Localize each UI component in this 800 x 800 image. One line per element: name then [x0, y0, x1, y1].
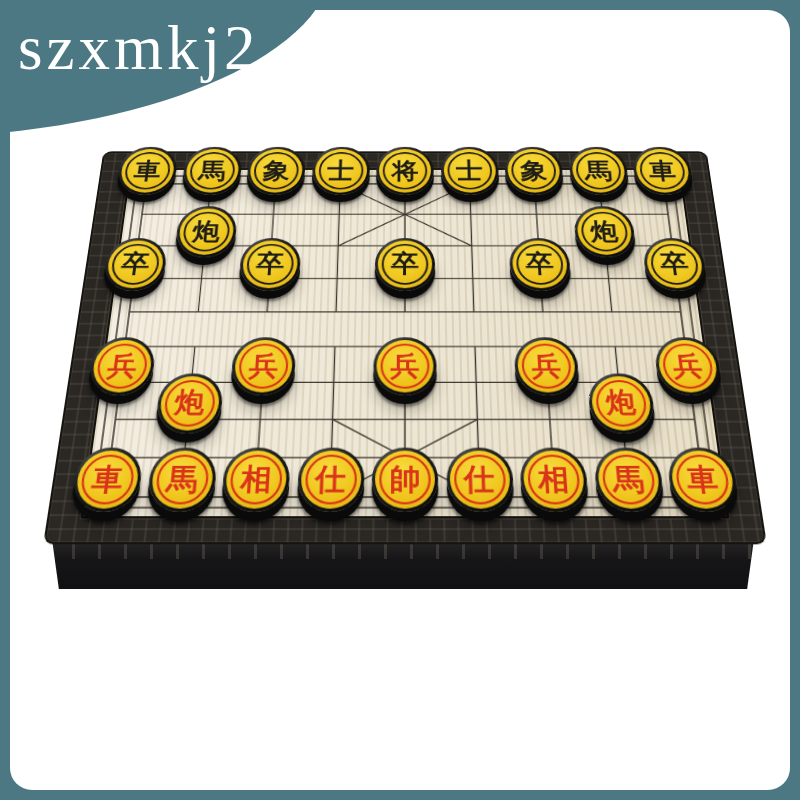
piece-black-soldier[interactable]: 卒 [641, 238, 708, 291]
piece-sticker: 兵 [517, 340, 577, 392]
piece-character: 兵 [531, 353, 562, 380]
piece-red-soldier[interactable]: 兵 [653, 338, 724, 396]
piece-sticker: 馬 [184, 149, 240, 192]
piece-character: 帥 [389, 464, 420, 494]
piece-red-soldier[interactable]: 兵 [230, 338, 297, 396]
piece-red-cannon[interactable]: 炮 [586, 373, 656, 433]
piece-red-cannon[interactable]: 炮 [154, 373, 224, 433]
piece-black-advisor[interactable]: 士 [311, 147, 370, 195]
piece-character: 炮 [191, 220, 221, 244]
piece-sticker: 士 [443, 149, 496, 192]
piece-sticker: 卒 [105, 240, 165, 288]
piece-character: 兵 [106, 353, 139, 380]
piece-sticker: 相 [522, 451, 586, 509]
piece-sticker: 馬 [596, 451, 662, 509]
piece-sticker: 将 [379, 149, 431, 192]
piece-character: 卒 [659, 252, 690, 277]
piece-red-soldier[interactable]: 兵 [87, 338, 158, 396]
piece-character: 象 [520, 159, 548, 182]
piece-character: 将 [392, 159, 419, 182]
piece-character: 相 [240, 464, 273, 494]
board-base [46, 537, 760, 589]
piece-layer: 車馬象士将士象馬車炮炮卒卒卒卒卒兵兵兵兵兵炮炮車馬相仕帥仕相馬車 [43, 151, 767, 544]
piece-character: 仕 [315, 464, 347, 494]
piece-sticker: 炮 [589, 376, 652, 430]
piece-character: 卒 [120, 252, 151, 277]
piece-character: 兵 [248, 353, 279, 380]
page-background: szxmkj2 車馬象士将士象馬車炮炮卒卒卒卒卒兵兵兵兵兵炮炮車馬相仕帥仕相馬車 [0, 0, 800, 800]
piece-sticker: 車 [634, 149, 691, 192]
piece-character: 炮 [589, 220, 619, 244]
piece-black-cannon[interactable]: 炮 [174, 207, 238, 258]
piece-character: 卒 [525, 252, 555, 277]
piece-black-cannon[interactable]: 炮 [572, 207, 636, 258]
piece-sticker: 兵 [90, 340, 154, 392]
piece-black-soldier[interactable]: 卒 [508, 238, 572, 291]
piece-sticker: 卒 [645, 240, 705, 288]
piece-character: 車 [685, 464, 720, 494]
piece-black-general[interactable]: 将 [376, 147, 434, 195]
piece-black-rook[interactable]: 車 [115, 147, 179, 195]
piece-sticker: 帥 [375, 451, 436, 509]
piece-black-rook[interactable]: 車 [631, 147, 695, 195]
piece-red-soldier[interactable]: 兵 [373, 338, 437, 396]
piece-sticker: 仕 [299, 451, 361, 509]
piece-red-soldier[interactable]: 兵 [513, 338, 580, 396]
piece-sticker: 兵 [376, 340, 434, 392]
piece-character: 馬 [197, 159, 226, 182]
piece-character: 卒 [255, 252, 285, 277]
piece-red-knight[interactable]: 馬 [592, 448, 665, 512]
piece-red-general[interactable]: 帥 [371, 448, 438, 512]
piece-sticker: 馬 [570, 149, 626, 192]
piece-red-elephant[interactable]: 相 [519, 448, 589, 512]
piece-red-rook[interactable]: 車 [666, 448, 741, 512]
piece-red-elephant[interactable]: 相 [221, 448, 291, 512]
piece-sticker: 兵 [233, 340, 293, 392]
piece-black-elephant[interactable]: 象 [246, 147, 307, 195]
piece-sticker: 兵 [656, 340, 720, 392]
watermark-text: szxmkj2 [18, 12, 260, 85]
piece-character: 卒 [391, 252, 419, 277]
piece-sticker: 炮 [177, 209, 235, 255]
piece-character: 仕 [463, 464, 495, 494]
piece-character: 相 [537, 464, 570, 494]
piece-sticker: 車 [119, 149, 176, 192]
piece-character: 士 [456, 159, 484, 182]
piece-red-advisor[interactable]: 仕 [446, 448, 514, 512]
piece-character: 炮 [604, 389, 637, 417]
piece-black-soldier[interactable]: 卒 [238, 238, 302, 291]
piece-sticker: 卒 [378, 240, 433, 288]
piece-character: 馬 [584, 159, 613, 182]
piece-sticker: 卒 [241, 240, 298, 288]
piece-sticker: 士 [314, 149, 367, 192]
piece-red-knight[interactable]: 馬 [145, 448, 218, 512]
piece-sticker: 卒 [511, 240, 568, 288]
piece-sticker: 車 [669, 451, 736, 509]
piece-character: 兵 [671, 353, 704, 380]
piece-red-advisor[interactable]: 仕 [296, 448, 364, 512]
piece-character: 馬 [165, 464, 199, 494]
piece-character: 車 [90, 464, 125, 494]
piece-red-rook[interactable]: 車 [70, 448, 145, 512]
piece-character: 炮 [173, 389, 206, 417]
piece-character: 象 [262, 159, 290, 182]
piece-sticker: 象 [249, 149, 304, 192]
piece-black-soldier[interactable]: 卒 [375, 238, 436, 291]
piece-character: 馬 [611, 464, 645, 494]
piece-character: 士 [327, 159, 355, 182]
piece-sticker: 仕 [449, 451, 511, 509]
piece-sticker: 炮 [157, 376, 220, 430]
piece-character: 車 [133, 159, 163, 182]
piece-sticker: 炮 [575, 209, 633, 255]
piece-black-knight[interactable]: 馬 [567, 147, 629, 195]
piece-black-soldier[interactable]: 卒 [102, 238, 169, 291]
piece-sticker: 馬 [149, 451, 215, 509]
piece-black-elephant[interactable]: 象 [504, 147, 565, 195]
piece-sticker: 車 [74, 451, 141, 509]
piece-sticker: 象 [507, 149, 562, 192]
xiangqi-board: 車馬象士将士象馬車炮炮卒卒卒卒卒兵兵兵兵兵炮炮車馬相仕帥仕相馬車 [43, 151, 767, 544]
piece-black-knight[interactable]: 馬 [181, 147, 243, 195]
piece-character: 兵 [390, 353, 420, 380]
piece-black-advisor[interactable]: 士 [440, 147, 499, 195]
piece-sticker: 相 [224, 451, 288, 509]
piece-character: 車 [648, 159, 678, 182]
